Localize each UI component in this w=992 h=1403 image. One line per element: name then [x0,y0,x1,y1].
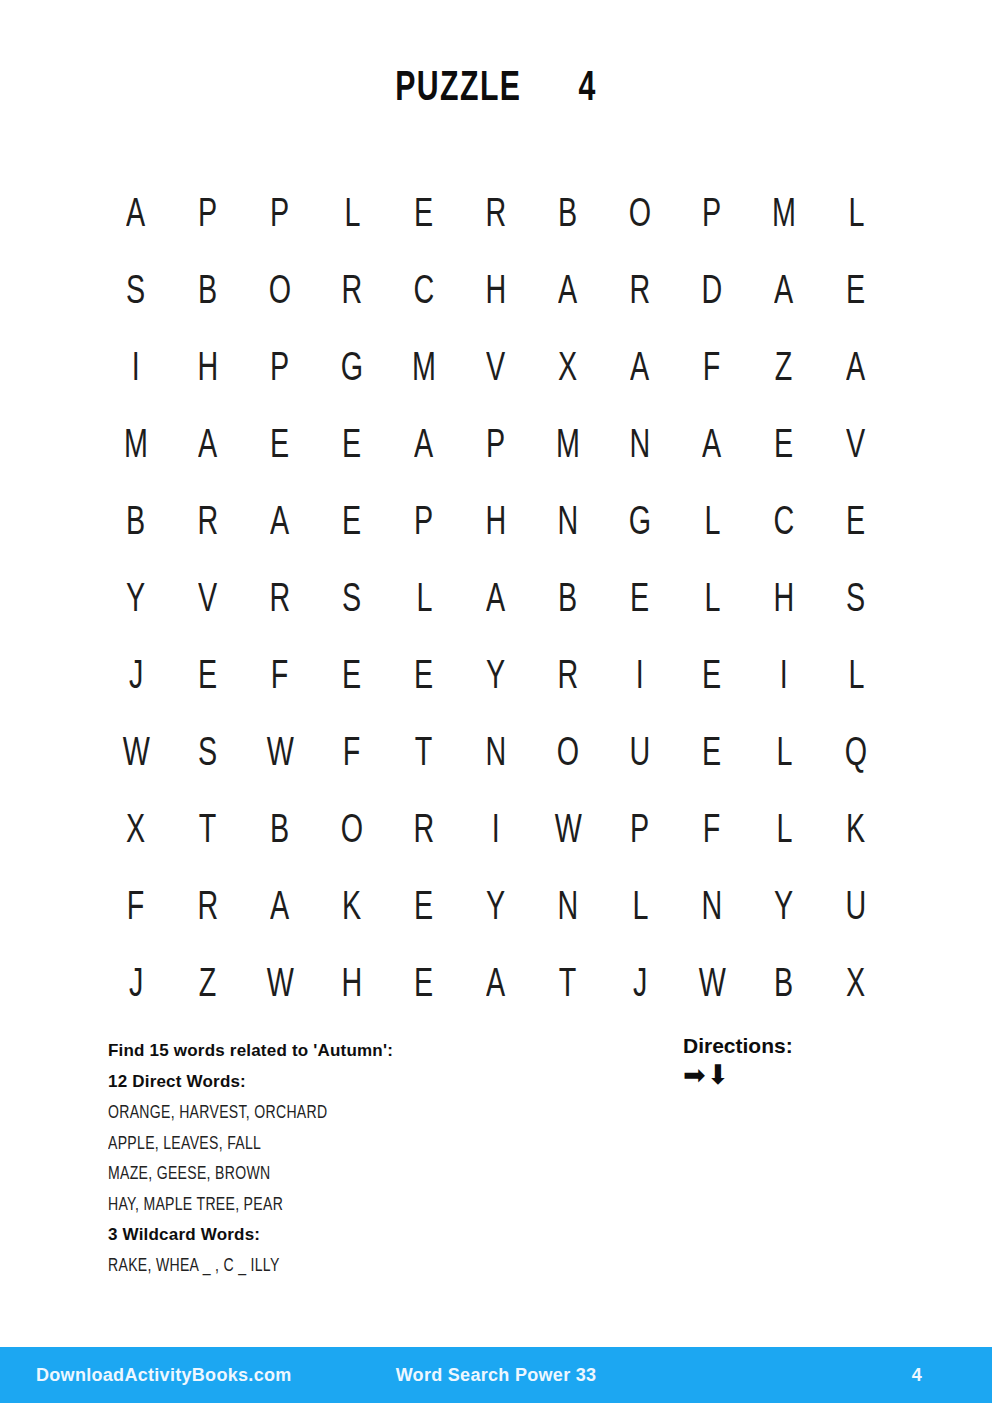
grid-cell: T [532,944,604,1021]
letter: Y [126,577,145,618]
letter: V [846,423,865,464]
letter: L [632,885,648,926]
grid-cell: E [604,559,676,636]
letter: W [698,962,725,1003]
letter: D [702,269,723,310]
letter: W [266,962,293,1003]
letter: F [271,654,289,695]
letter: T [559,962,577,1003]
grid-cell: Y [460,636,532,713]
letter: M [412,346,436,387]
letter: R [630,269,651,310]
letter: R [558,654,579,695]
grid-cell: E [172,636,244,713]
grid-cell: E [388,636,460,713]
letter: S [198,731,217,772]
letter: S [342,577,361,618]
grid-cell: M [100,405,172,482]
grid-cell: P [388,482,460,559]
grid-cell: G [316,328,388,405]
letter: J [633,962,647,1003]
grid-cell: Y [460,867,532,944]
grid-cell: X [820,944,892,1021]
grid-cell: W [532,790,604,867]
letter: P [702,192,721,233]
letter: O [629,192,651,233]
letter: E [630,577,649,618]
grid-cell: O [244,251,316,328]
grid-cell: J [100,944,172,1021]
letter: B [270,808,289,849]
letter: H [486,500,507,541]
letter: E [414,654,433,695]
letter: L [776,731,792,772]
letter: G [629,500,651,541]
word-line: APPLE, LEAVES, FALL [108,1128,668,1159]
letter: H [486,269,507,310]
grid-cell: E [388,174,460,251]
grid-cell: N [532,867,604,944]
grid-cell: I [100,328,172,405]
letter: E [846,500,865,541]
letter: L [776,808,792,849]
grid-cell: P [604,790,676,867]
word-line-text: MAZE, GEESE, BROWN [108,1163,270,1184]
grid-cell: A [604,328,676,405]
grid-cell: V [820,405,892,482]
grid-cell: P [460,405,532,482]
letter: M [556,423,580,464]
letter: V [486,346,505,387]
letter: R [342,269,363,310]
grid-cell: O [316,790,388,867]
grid-cell: E [676,636,748,713]
grid-cell: R [604,251,676,328]
grid-cell: G [604,482,676,559]
letter: N [558,885,579,926]
grid-cell: I [748,636,820,713]
direct-words-heading: 12 Direct Words: [108,1067,668,1098]
grid-cell: R [172,482,244,559]
letter: J [129,962,143,1003]
grid-cell: L [820,174,892,251]
directions-block: Directions: ➡⬇ [683,1034,793,1088]
grid-cell: T [172,790,244,867]
grid-cell: S [820,559,892,636]
grid-cell: A [172,405,244,482]
letter: R [198,885,219,926]
grid-cell: J [604,944,676,1021]
letter: K [846,808,865,849]
grid-cell: P [244,328,316,405]
letter: M [124,423,148,464]
grid-cell: F [676,328,748,405]
letter: V [198,577,217,618]
grid-cell: B [532,174,604,251]
letter: B [558,577,577,618]
letter: S [846,577,865,618]
page-title-text: PUZZLE 4 [395,62,597,110]
grid-cell: W [676,944,748,1021]
grid-cell: F [244,636,316,713]
grid-cell: C [748,482,820,559]
grid-cell: E [316,482,388,559]
grid-cell: F [100,867,172,944]
grid-cell: P [244,174,316,251]
page-title: PUZZLE 4 [0,62,992,110]
grid-cell: N [676,867,748,944]
grid-cell: B [244,790,316,867]
word-list: Find 15 words related to 'Autumn': 12 Di… [108,1036,668,1281]
grid-cell: N [604,405,676,482]
grid-cell: H [460,482,532,559]
letter: E [414,885,433,926]
grid-cell: W [100,713,172,790]
grid-cell: S [316,559,388,636]
letter: N [630,423,651,464]
grid-cell: Y [748,867,820,944]
letter: L [416,577,432,618]
letter: P [630,808,649,849]
wildcard-line: RAKE, WHEA _ , C _ ILLY [108,1250,668,1281]
letter: P [486,423,505,464]
letter: R [486,192,507,233]
letter: A [486,962,505,1003]
letter: B [198,269,217,310]
word-grid: APPLERBOPMLSBORCHARDAEIHPGMVXAFZAMAEEAPM… [100,174,892,1021]
grid-cell: J [100,636,172,713]
letter: I [132,346,140,387]
arrow-down-icon: ⬇ [707,1059,731,1090]
letter: A [630,346,649,387]
arrow-right-icon: ➡ [683,1059,707,1090]
letter: E [198,654,217,695]
letter: N [558,500,579,541]
letter: F [703,346,721,387]
grid-cell: A [676,405,748,482]
grid-cell: H [316,944,388,1021]
grid-cell: X [532,328,604,405]
letter: F [703,808,721,849]
letter: P [270,346,289,387]
letter: A [486,577,505,618]
letter: T [415,731,433,772]
grid-cell: W [244,713,316,790]
grid-cell: E [820,482,892,559]
letter: A [558,269,577,310]
letter: K [342,885,361,926]
letter: P [270,192,289,233]
letter: G [341,346,363,387]
letter: W [554,808,581,849]
grid-cell: I [604,636,676,713]
grid-cell: H [172,328,244,405]
grid-cell: M [748,174,820,251]
letter: A [270,885,289,926]
grid-cell: B [100,482,172,559]
letter: E [774,423,793,464]
grid-cell: E [748,405,820,482]
letter: R [270,577,291,618]
letter: J [129,654,143,695]
grid-cell: D [676,251,748,328]
letter: E [702,731,721,772]
footer-page-number: 4 [912,1365,922,1386]
directions-arrows: ➡⬇ [683,1061,793,1088]
grid-cell: L [748,790,820,867]
grid-cell: V [172,559,244,636]
letter: C [414,269,435,310]
letter: N [486,731,507,772]
grid-cell: E [820,251,892,328]
grid-cell: M [388,328,460,405]
grid-cell: A [460,944,532,1021]
grid-cell: O [532,713,604,790]
letter: E [342,423,361,464]
letter: X [846,962,865,1003]
letter: O [269,269,291,310]
grid-cell: R [388,790,460,867]
grid-cell: C [388,251,460,328]
grid-cell: F [316,713,388,790]
letter: A [846,346,865,387]
letter: N [702,885,723,926]
letter: S [126,269,145,310]
letter: Y [486,654,505,695]
grid-cell: R [244,559,316,636]
letter: E [414,962,433,1003]
grid-cell: A [244,867,316,944]
footer: DownloadActivityBooks.com Word Search Po… [0,1347,992,1403]
letter: B [774,962,793,1003]
letter: E [270,423,289,464]
grid-cell: E [316,636,388,713]
grid-cell: P [676,174,748,251]
letter: U [846,885,867,926]
word-line: ORANGE, HARVEST, ORCHARD [108,1097,668,1128]
grid-cell: U [604,713,676,790]
letter: P [198,192,217,233]
letter: Q [845,731,867,772]
letter: R [198,500,219,541]
grid-cell: B [172,251,244,328]
word-line-text: APPLE, LEAVES, FALL [108,1133,261,1154]
grid-cell: L [316,174,388,251]
letter: T [199,808,217,849]
grid-cell: O [604,174,676,251]
grid-cell: L [388,559,460,636]
letter: A [414,423,433,464]
grid-cell: K [316,867,388,944]
letter: B [126,500,145,541]
grid-cell: B [532,559,604,636]
grid-cell: L [676,482,748,559]
grid-cell: A [532,251,604,328]
grid-cell: N [532,482,604,559]
grid-cell: R [316,251,388,328]
grid-cell: E [316,405,388,482]
letter: H [342,962,363,1003]
letter: Y [774,885,793,926]
grid-cell: R [460,174,532,251]
letter: O [341,808,363,849]
letter: A [702,423,721,464]
word-line-text: ORANGE, HARVEST, ORCHARD [108,1102,327,1123]
word-line: HAY, MAPLE TREE, PEAR [108,1189,668,1220]
grid-cell: E [388,944,460,1021]
letter: E [342,654,361,695]
grid-cell: L [676,559,748,636]
letter: A [270,500,289,541]
letter: A [198,423,217,464]
grid-cell: M [532,405,604,482]
word-line: MAZE, GEESE, BROWN [108,1158,668,1189]
letter: F [343,731,361,772]
footer-book-title: Word Search Power 33 [0,1365,992,1386]
letter: Y [486,885,505,926]
letter: E [342,500,361,541]
grid-cell: R [532,636,604,713]
grid-cell: Q [820,713,892,790]
grid-cell: A [460,559,532,636]
letter: M [772,192,796,233]
letter: U [630,731,651,772]
letter: X [558,346,577,387]
letter: A [126,192,145,233]
letter: W [266,731,293,772]
letter: B [558,192,577,233]
letter: A [774,269,793,310]
wildcard-line-text: RAKE, WHEA _ , C _ ILLY [108,1255,280,1276]
letter: H [774,577,795,618]
grid-cell: W [244,944,316,1021]
grid-cell: L [604,867,676,944]
letter: L [848,654,864,695]
letter: R [414,808,435,849]
grid-cell: X [100,790,172,867]
letter: O [557,731,579,772]
letter: Z [199,962,217,1003]
grid-cell: L [748,713,820,790]
grid-cell: A [820,328,892,405]
grid-cell: H [748,559,820,636]
grid-cell: Z [748,328,820,405]
letter: I [492,808,500,849]
grid-cell: F [676,790,748,867]
grid-cell: A [748,251,820,328]
grid-cell: Z [172,944,244,1021]
grid-cell: P [172,174,244,251]
grid-cell: K [820,790,892,867]
word-line-text: HAY, MAPLE TREE, PEAR [108,1194,283,1215]
letter: I [780,654,788,695]
letter: F [127,885,145,926]
letter: C [774,500,795,541]
grid-cell: V [460,328,532,405]
letter: E [846,269,865,310]
letter: Z [775,346,793,387]
letter: X [126,808,145,849]
grid-cell: E [676,713,748,790]
grid-cell: N [460,713,532,790]
grid-cell: T [388,713,460,790]
letter: I [636,654,644,695]
letter: E [702,654,721,695]
letter: E [414,192,433,233]
letter: L [704,577,720,618]
letter: P [414,500,433,541]
grid-cell: E [388,867,460,944]
grid-cell: S [172,713,244,790]
grid-cell: S [100,251,172,328]
grid-cell: A [388,405,460,482]
grid-cell: B [748,944,820,1021]
wildcard-words-heading: 3 Wildcard Words: [108,1220,668,1251]
grid-cell: H [460,251,532,328]
grid-cell: Y [100,559,172,636]
letter: H [198,346,219,387]
find-heading: Find 15 words related to 'Autumn': [108,1036,668,1067]
grid-cell: U [820,867,892,944]
grid-cell: I [460,790,532,867]
grid-cell: A [100,174,172,251]
letter: W [122,731,149,772]
grid-cell: L [820,636,892,713]
grid-cell: R [172,867,244,944]
letter: L [848,192,864,233]
grid-cell: A [244,482,316,559]
directions-heading: Directions: [683,1034,793,1058]
letter: L [344,192,360,233]
letter: L [704,500,720,541]
grid-cell: E [244,405,316,482]
